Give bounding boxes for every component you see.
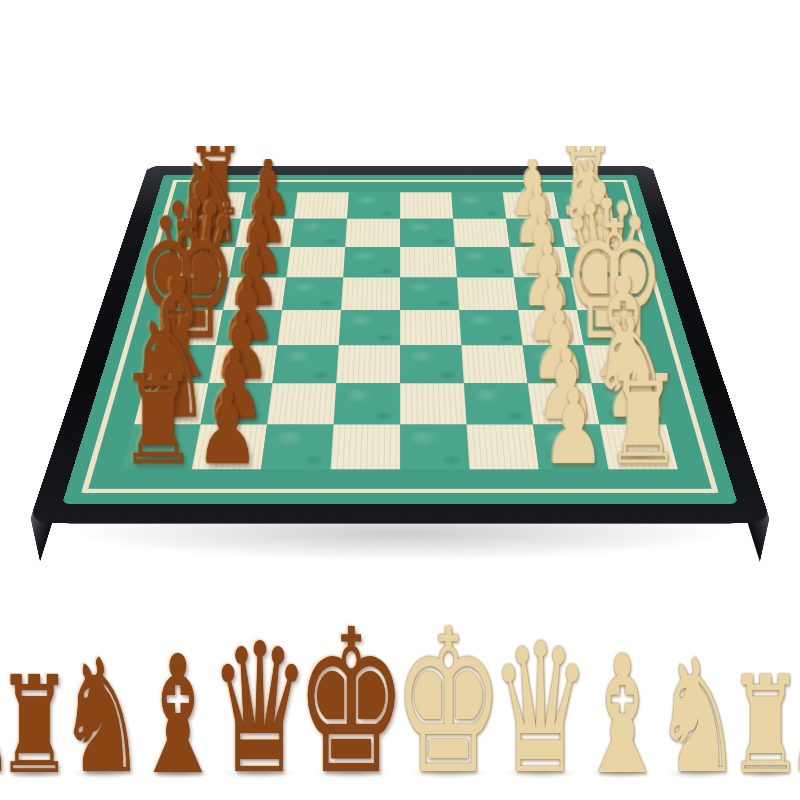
piece-white-rook: ♜	[603, 372, 681, 465]
square-e4[interactable]	[400, 310, 461, 345]
square-e3[interactable]	[459, 310, 523, 345]
square-a5[interactable]	[347, 192, 400, 218]
square-b4[interactable]	[400, 219, 455, 247]
square-h1[interactable]: ♜	[600, 424, 678, 469]
cream-pawn-glyph: ♟	[789, 698, 800, 774]
square-f5[interactable]	[336, 345, 400, 383]
square-c3[interactable]	[455, 247, 514, 277]
brown-king-glyph: ♚	[296, 631, 407, 774]
chess-board-plinth: ♜♟♟♜♞♟♟♞♝♟♟♝♛♟♟♛♚♟♟♚♝♟♟♝♞♟♟♞♜♟♟♜	[29, 166, 771, 523]
board-scene: ♜♟♟♜♞♟♟♞♝♟♟♝♛♟♟♛♚♟♟♚♝♟♟♝♞♟♟♞♜♟♟♜	[0, 0, 800, 575]
square-f6[interactable]	[272, 345, 338, 383]
piece-black-pawn: ♟	[195, 390, 258, 466]
square-c6[interactable]	[286, 247, 345, 277]
chess-set-product-photo: ♜♟♟♜♞♟♟♞♝♟♟♝♛♟♟♛♚♟♟♚♝♟♟♝♞♟♟♞♜♟♟♜ ♟♜♞♝♛♚♚…	[0, 0, 800, 800]
square-h4[interactable]	[400, 424, 469, 469]
square-c4[interactable]	[400, 247, 457, 277]
square-g5[interactable]	[333, 383, 400, 424]
lineup-piece-brown-king: ♚	[296, 685, 407, 774]
square-h3[interactable]	[467, 424, 539, 469]
piece-white-pawn: ♟	[541, 390, 604, 466]
lineup-piece-cream-pawn: ♟	[789, 726, 800, 774]
square-h5[interactable]	[331, 424, 400, 469]
square-b3[interactable]	[453, 219, 510, 247]
square-g3[interactable]	[464, 383, 533, 424]
brown-queen-glyph: ♛	[209, 645, 309, 774]
cream-king-glyph: ♚	[393, 631, 504, 774]
cream-queen-glyph: ♛	[490, 645, 590, 774]
square-f3[interactable]	[461, 345, 527, 383]
square-h8[interactable]: ♜	[122, 424, 200, 469]
chess-grid-8x8: ♜♟♟♜♞♟♟♞♝♟♟♝♛♟♟♛♚♟♟♚♝♟♟♝♞♟♟♞♜♟♟♜	[122, 192, 678, 469]
board-green-surface: ♜♟♟♜♞♟♟♞♝♟♟♝♛♟♟♛♚♟♟♚♝♟♟♝♞♟♟♞♜♟♟♜	[62, 175, 738, 504]
piece-lineup-row: ♟♜♞♝♛♚♚♛♝♞♜♟	[0, 524, 800, 774]
square-g4[interactable]	[400, 383, 467, 424]
square-a4[interactable]	[400, 192, 453, 218]
square-c5[interactable]	[343, 247, 400, 277]
square-b6[interactable]	[290, 219, 347, 247]
square-f4[interactable]	[400, 345, 464, 383]
square-a3[interactable]	[451, 192, 506, 218]
lineup-piece-brown-queen: ♛	[209, 693, 309, 774]
square-h2[interactable]: ♟	[533, 424, 608, 469]
square-e5[interactable]	[339, 310, 400, 345]
piece-black-rook: ♜	[119, 372, 197, 465]
square-e6[interactable]	[277, 310, 341, 345]
lineup-piece-cream-king: ♚	[393, 685, 504, 774]
square-b5[interactable]	[345, 219, 400, 247]
square-a6[interactable]	[294, 192, 349, 218]
lineup-piece-cream-queen: ♛	[490, 693, 590, 774]
square-h7[interactable]: ♟	[192, 424, 267, 469]
square-h6[interactable]	[261, 424, 333, 469]
square-g6[interactable]	[267, 383, 336, 424]
